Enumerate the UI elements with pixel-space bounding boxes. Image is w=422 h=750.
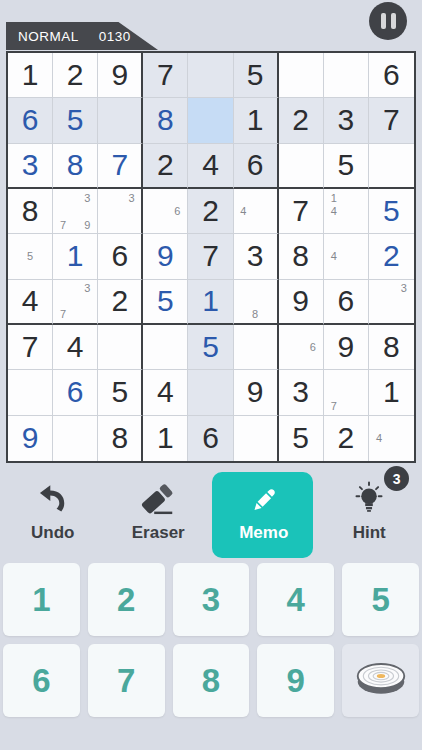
- cell-r9c3[interactable]: 8: [98, 416, 143, 461]
- undo-button[interactable]: Undo: [0, 470, 106, 562]
- numpad-5[interactable]: 5: [342, 563, 419, 636]
- cell-r7c3[interactable]: [98, 325, 143, 370]
- cell-r5c6[interactable]: 3: [234, 234, 279, 279]
- cell-r9c6[interactable]: [234, 416, 279, 461]
- cell-r3c2[interactable]: 8: [53, 144, 98, 189]
- cell-r3c9[interactable]: [369, 144, 414, 189]
- cell-r4c4[interactable]: 6: [143, 189, 188, 234]
- numpad-1[interactable]: 1: [3, 563, 80, 636]
- memo-notes: 37: [57, 282, 93, 321]
- cell-r9c7[interactable]: 5: [279, 416, 324, 461]
- cell-r2c6[interactable]: 1: [234, 98, 279, 143]
- cell-r8c3[interactable]: 5: [98, 370, 143, 415]
- cell-r8c2[interactable]: 6: [53, 370, 98, 415]
- cell-r6c7[interactable]: 9: [279, 280, 324, 325]
- cell-r5c5[interactable]: 7: [188, 234, 233, 279]
- cell-r8c7[interactable]: 3: [279, 370, 324, 415]
- numpad-6[interactable]: 6: [3, 644, 80, 717]
- cell-r2c7[interactable]: 2: [279, 98, 324, 143]
- cell-r4c5[interactable]: 2: [188, 189, 233, 234]
- toolbar: Undo Eraser Memo: [0, 470, 422, 562]
- cell-r2c1[interactable]: 6: [8, 98, 53, 143]
- cell-r8c5[interactable]: [188, 370, 233, 415]
- hint-count-badge: 3: [384, 466, 409, 491]
- cell-r4c2[interactable]: 379: [53, 189, 98, 234]
- cell-r4c1[interactable]: 8: [8, 189, 53, 234]
- cell-r9c2[interactable]: [53, 416, 98, 461]
- disc-item-icon: [351, 650, 411, 712]
- cell-r2c5[interactable]: [188, 98, 233, 143]
- item-button[interactable]: [342, 644, 419, 717]
- cell-r1c6[interactable]: 5: [234, 53, 279, 98]
- memo-notes: 5: [12, 236, 48, 276]
- cell-r1c7[interactable]: [279, 53, 324, 98]
- cell-r6c2[interactable]: 37: [53, 280, 98, 325]
- cell-r8c4[interactable]: 4: [143, 370, 188, 415]
- memo-notes: 8: [238, 282, 273, 321]
- cell-r1c3[interactable]: 9: [98, 53, 143, 98]
- cell-r7c1[interactable]: 7: [8, 325, 53, 370]
- cell-r1c5[interactable]: [188, 53, 233, 98]
- cell-r5c4[interactable]: 9: [143, 234, 188, 279]
- sudoku-board: 1297566581237387246583793624714551697384…: [6, 51, 416, 463]
- cell-r8c1[interactable]: [8, 370, 53, 415]
- cell-r9c4[interactable]: 1: [143, 416, 188, 461]
- pause-icon: [391, 13, 396, 29]
- cell-r9c8[interactable]: 2: [324, 416, 369, 461]
- cell-r2c3[interactable]: [98, 98, 143, 143]
- cell-r4c8[interactable]: 14: [324, 189, 369, 234]
- cell-r1c1[interactable]: 1: [8, 53, 53, 98]
- cell-r9c9[interactable]: 4: [369, 416, 414, 461]
- cell-r6c1[interactable]: 4: [8, 280, 53, 325]
- cell-r6c6[interactable]: 8: [234, 280, 279, 325]
- numpad-2[interactable]: 2: [88, 563, 165, 636]
- numpad-3[interactable]: 3: [173, 563, 250, 636]
- memo-notes: 14: [328, 191, 364, 231]
- memo-notes: 4: [238, 191, 273, 231]
- cell-r3c5[interactable]: 4: [188, 144, 233, 189]
- memo-notes: 6: [147, 191, 183, 231]
- memo-notes: 3: [373, 282, 410, 321]
- cell-r5c8[interactable]: 4: [324, 234, 369, 279]
- cell-r2c8[interactable]: 3: [324, 98, 369, 143]
- hint-label: Hint: [353, 523, 386, 543]
- pencil-icon: [242, 480, 286, 520]
- cell-r6c4[interactable]: 5: [143, 280, 188, 325]
- memo-button[interactable]: Memo: [211, 470, 317, 562]
- cell-r8c9[interactable]: 1: [369, 370, 414, 415]
- memo-notes: 6: [283, 327, 319, 367]
- cell-r2c4[interactable]: 8: [143, 98, 188, 143]
- pause-icon: [381, 13, 386, 29]
- cell-r2c9[interactable]: 7: [369, 98, 414, 143]
- cell-r4c7[interactable]: 7: [279, 189, 324, 234]
- numpad-7[interactable]: 7: [88, 644, 165, 717]
- memo-notes: 379: [57, 191, 93, 231]
- mode-tab: NORMAL 0130: [6, 22, 158, 50]
- pause-button[interactable]: [369, 2, 407, 40]
- numpad-4[interactable]: 4: [257, 563, 334, 636]
- memo-notes: 4: [373, 418, 410, 459]
- cell-r1c4[interactable]: 7: [143, 53, 188, 98]
- cell-r1c9[interactable]: 6: [369, 53, 414, 98]
- cell-r3c4[interactable]: 2: [143, 144, 188, 189]
- cell-r5c3[interactable]: 6: [98, 234, 143, 279]
- cell-r7c4[interactable]: [143, 325, 188, 370]
- cell-r7c6[interactable]: [234, 325, 279, 370]
- cell-r7c9[interactable]: 8: [369, 325, 414, 370]
- cell-r4c3[interactable]: 3: [98, 189, 143, 234]
- cell-r8c6[interactable]: 9: [234, 370, 279, 415]
- memo-notes: 3: [102, 191, 137, 231]
- eraser-label: Eraser: [132, 523, 185, 543]
- hint-button[interactable]: Hint 3: [317, 470, 422, 562]
- cell-r7c7[interactable]: 6: [279, 325, 324, 370]
- cell-r3c3[interactable]: 7: [98, 144, 143, 189]
- cell-r3c6[interactable]: 6: [234, 144, 279, 189]
- eraser-button[interactable]: Eraser: [106, 470, 212, 562]
- cell-r6c5[interactable]: 1: [188, 280, 233, 325]
- cell-r2c2[interactable]: 5: [53, 98, 98, 143]
- cell-r9c5[interactable]: 6: [188, 416, 233, 461]
- cell-r8c8[interactable]: 7: [324, 370, 369, 415]
- cell-r6c9[interactable]: 3: [369, 280, 414, 325]
- cell-r7c2[interactable]: 4: [53, 325, 98, 370]
- numpad-8[interactable]: 8: [173, 644, 250, 717]
- difficulty-label: NORMAL: [18, 29, 79, 44]
- cell-r4c6[interactable]: 4: [234, 189, 279, 234]
- cell-r1c8[interactable]: [324, 53, 369, 98]
- cell-r4c9[interactable]: 5: [369, 189, 414, 234]
- numpad-9[interactable]: 9: [257, 644, 334, 717]
- cell-r7c5[interactable]: 5: [188, 325, 233, 370]
- memo-notes: 4: [328, 236, 364, 276]
- memo-notes: 7: [328, 372, 364, 412]
- undo-label: Undo: [31, 523, 74, 543]
- cell-r6c3[interactable]: 2: [98, 280, 143, 325]
- eraser-icon: [136, 480, 180, 520]
- cell-r9c1[interactable]: 9: [8, 416, 53, 461]
- timer: 0130: [99, 29, 131, 44]
- cell-r1c2[interactable]: 2: [53, 53, 98, 98]
- cell-r7c8[interactable]: 9: [324, 325, 369, 370]
- cell-r5c9[interactable]: 2: [369, 234, 414, 279]
- cell-r5c2[interactable]: 1: [53, 234, 98, 279]
- undo-icon: [31, 480, 75, 520]
- cell-r3c1[interactable]: 3: [8, 144, 53, 189]
- cell-r3c8[interactable]: 5: [324, 144, 369, 189]
- cell-r5c7[interactable]: 8: [279, 234, 324, 279]
- memo-label: Memo: [239, 523, 288, 543]
- number-pad: 123456789: [3, 563, 419, 717]
- cell-r5c1[interactable]: 5: [8, 234, 53, 279]
- cell-r6c8[interactable]: 6: [324, 280, 369, 325]
- cell-r3c7[interactable]: [279, 144, 324, 189]
- lightbulb-icon: [347, 480, 391, 520]
